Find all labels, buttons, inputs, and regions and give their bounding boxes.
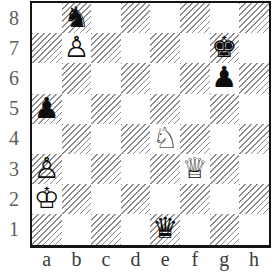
square-b5[interactable] (62, 94, 92, 124)
square-d8[interactable] (121, 3, 151, 33)
square-g2[interactable] (210, 184, 240, 214)
square-h4[interactable] (239, 124, 269, 154)
white-pawn-b7[interactable]: ♙ (63, 32, 89, 62)
square-h1[interactable] (239, 214, 269, 244)
square-a8[interactable] (32, 3, 62, 33)
square-g1[interactable] (210, 214, 240, 244)
square-b8[interactable]: ♞ (62, 3, 92, 33)
square-g6[interactable]: ♟ (210, 63, 240, 93)
square-d6[interactable] (121, 63, 151, 93)
file-label-d: d (121, 248, 151, 271)
square-e5[interactable] (150, 94, 180, 124)
square-h6[interactable] (239, 63, 269, 93)
chess-diagram: 87654321 ♞♙♚♟♟♘♙♕♔♛ abcdefgh (0, 0, 279, 279)
square-b6[interactable] (62, 63, 92, 93)
rank-label-6: 6 (0, 63, 28, 93)
square-f1[interactable] (180, 214, 210, 244)
square-c7[interactable] (91, 33, 121, 63)
square-f2[interactable] (180, 184, 210, 214)
square-c6[interactable] (91, 63, 121, 93)
square-a3[interactable]: ♙ (32, 154, 62, 184)
square-e2[interactable] (150, 184, 180, 214)
square-e4[interactable]: ♘ (150, 124, 180, 154)
rank-label-2: 2 (0, 184, 28, 214)
square-c1[interactable] (91, 214, 121, 244)
black-knight-b8[interactable]: ♞ (63, 2, 89, 32)
black-king-g7[interactable]: ♚ (211, 32, 237, 62)
file-label-c: c (91, 248, 121, 271)
file-label-b: b (62, 248, 92, 271)
square-d4[interactable] (121, 124, 151, 154)
square-d5[interactable] (121, 94, 151, 124)
square-h2[interactable] (239, 184, 269, 214)
rank-label-7: 7 (0, 33, 28, 63)
chess-board: ♞♙♚♟♟♘♙♕♔♛ (30, 1, 271, 248)
square-g5[interactable] (210, 94, 240, 124)
square-e8[interactable] (150, 3, 180, 33)
square-h5[interactable] (239, 94, 269, 124)
square-d3[interactable] (121, 154, 151, 184)
file-label-h: h (239, 248, 269, 271)
square-f4[interactable] (180, 124, 210, 154)
black-pawn-a5[interactable]: ♟ (34, 93, 60, 123)
square-a4[interactable] (32, 124, 62, 154)
square-e3[interactable] (150, 154, 180, 184)
square-c2[interactable] (91, 184, 121, 214)
square-d7[interactable] (121, 33, 151, 63)
square-a1[interactable] (32, 214, 62, 244)
black-pawn-g6[interactable]: ♟ (211, 62, 237, 92)
square-b2[interactable] (62, 184, 92, 214)
rank-label-4: 4 (0, 124, 28, 154)
square-f3[interactable]: ♕ (180, 154, 210, 184)
file-label-e: e (150, 248, 180, 271)
square-e6[interactable] (150, 63, 180, 93)
square-e1[interactable]: ♛ (150, 214, 180, 244)
rank-label-5: 5 (0, 94, 28, 124)
rank-label-3: 3 (0, 154, 28, 184)
square-g4[interactable] (210, 124, 240, 154)
file-label-f: f (180, 248, 210, 271)
rank-labels: 87654321 (0, 3, 28, 245)
white-knight-e4[interactable]: ♘ (152, 123, 178, 153)
square-b7[interactable]: ♙ (62, 33, 92, 63)
square-g8[interactable] (210, 3, 240, 33)
square-f5[interactable] (180, 94, 210, 124)
rank-label-1: 1 (0, 214, 28, 244)
file-labels: abcdefgh (32, 248, 269, 271)
square-f6[interactable] (180, 63, 210, 93)
square-f7[interactable] (180, 33, 210, 63)
square-e7[interactable] (150, 33, 180, 63)
square-h3[interactable] (239, 154, 269, 184)
black-queen-e1[interactable]: ♛ (152, 213, 178, 243)
square-c8[interactable] (91, 3, 121, 33)
white-king-a2[interactable]: ♔ (34, 183, 60, 213)
rank-label-8: 8 (0, 3, 28, 33)
square-b1[interactable] (62, 214, 92, 244)
square-h7[interactable] (239, 33, 269, 63)
square-b3[interactable] (62, 154, 92, 184)
square-a7[interactable] (32, 33, 62, 63)
file-label-a: a (32, 248, 62, 271)
square-a6[interactable] (32, 63, 62, 93)
square-c3[interactable] (91, 154, 121, 184)
square-h8[interactable] (239, 3, 269, 33)
square-b4[interactable] (62, 124, 92, 154)
square-a2[interactable]: ♔ (32, 184, 62, 214)
white-queen-f3[interactable]: ♕ (182, 153, 208, 183)
square-d2[interactable] (121, 184, 151, 214)
square-a5[interactable]: ♟ (32, 94, 62, 124)
square-d1[interactable] (121, 214, 151, 244)
square-g7[interactable]: ♚ (210, 33, 240, 63)
square-f8[interactable] (180, 3, 210, 33)
white-pawn-a3[interactable]: ♙ (34, 153, 60, 183)
file-label-g: g (210, 248, 240, 271)
square-c5[interactable] (91, 94, 121, 124)
square-c4[interactable] (91, 124, 121, 154)
square-g3[interactable] (210, 154, 240, 184)
